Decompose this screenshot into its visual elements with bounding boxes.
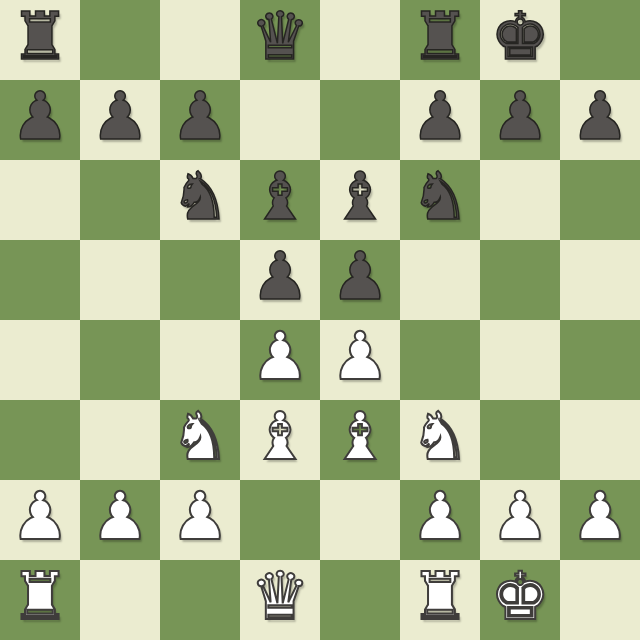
square-b5[interactable] (80, 240, 160, 320)
square-g8[interactable]: ♚ (480, 0, 560, 80)
square-e7[interactable] (320, 80, 400, 160)
square-b2[interactable]: ♟ (80, 480, 160, 560)
square-d4[interactable]: ♟ (240, 320, 320, 400)
square-b8[interactable] (80, 0, 160, 80)
white-bishop-piece[interactable]: ♝ (330, 397, 389, 477)
square-f3[interactable]: ♞ (400, 400, 480, 480)
square-h2[interactable]: ♟ (560, 480, 640, 560)
square-b6[interactable] (80, 160, 160, 240)
square-f1[interactable]: ♜ (400, 560, 480, 640)
square-d2[interactable] (240, 480, 320, 560)
square-f7[interactable]: ♟ (400, 80, 480, 160)
square-a3[interactable] (0, 400, 80, 480)
square-c7[interactable]: ♟ (160, 80, 240, 160)
square-e1[interactable] (320, 560, 400, 640)
square-h6[interactable] (560, 160, 640, 240)
square-e5[interactable]: ♟ (320, 240, 400, 320)
white-pawn-piece[interactable]: ♟ (250, 317, 309, 397)
black-pawn-piece[interactable]: ♟ (410, 77, 469, 157)
square-c2[interactable]: ♟ (160, 480, 240, 560)
white-pawn-piece[interactable]: ♟ (10, 477, 69, 557)
black-pawn-piece[interactable]: ♟ (170, 77, 229, 157)
square-e8[interactable] (320, 0, 400, 80)
square-a4[interactable] (0, 320, 80, 400)
square-d5[interactable]: ♟ (240, 240, 320, 320)
white-rook-piece[interactable]: ♜ (10, 557, 69, 637)
square-c8[interactable] (160, 0, 240, 80)
square-c5[interactable] (160, 240, 240, 320)
square-d1[interactable]: ♛ (240, 560, 320, 640)
white-pawn-piece[interactable]: ♟ (330, 317, 389, 397)
square-f5[interactable] (400, 240, 480, 320)
white-pawn-piece[interactable]: ♟ (490, 477, 549, 557)
square-g1[interactable]: ♚ (480, 560, 560, 640)
square-h8[interactable] (560, 0, 640, 80)
square-f2[interactable]: ♟ (400, 480, 480, 560)
square-c6[interactable]: ♞ (160, 160, 240, 240)
white-queen-piece[interactable]: ♛ (250, 557, 309, 637)
black-pawn-piece[interactable]: ♟ (490, 77, 549, 157)
square-a8[interactable]: ♜ (0, 0, 80, 80)
square-b4[interactable] (80, 320, 160, 400)
square-h7[interactable]: ♟ (560, 80, 640, 160)
white-rook-piece[interactable]: ♜ (410, 557, 469, 637)
square-g5[interactable] (480, 240, 560, 320)
square-f6[interactable]: ♞ (400, 160, 480, 240)
square-c3[interactable]: ♞ (160, 400, 240, 480)
black-king-piece[interactable]: ♚ (490, 0, 549, 77)
square-b1[interactable] (80, 560, 160, 640)
black-pawn-piece[interactable]: ♟ (330, 237, 389, 317)
square-a5[interactable] (0, 240, 80, 320)
black-queen-piece[interactable]: ♛ (250, 0, 309, 77)
square-f4[interactable] (400, 320, 480, 400)
square-a1[interactable]: ♜ (0, 560, 80, 640)
square-f8[interactable]: ♜ (400, 0, 480, 80)
square-h1[interactable] (560, 560, 640, 640)
square-g3[interactable] (480, 400, 560, 480)
black-knight-piece[interactable]: ♞ (410, 157, 469, 237)
square-a2[interactable]: ♟ (0, 480, 80, 560)
square-h4[interactable] (560, 320, 640, 400)
square-g6[interactable] (480, 160, 560, 240)
chess-board: ♜♛♜♚♟♟♟♟♟♟♞♝♝♞♟♟♟♟♞♝♝♞♟♟♟♟♟♟♜♛♜♚ (0, 0, 640, 640)
white-bishop-piece[interactable]: ♝ (250, 397, 309, 477)
black-knight-piece[interactable]: ♞ (170, 157, 229, 237)
square-b3[interactable] (80, 400, 160, 480)
square-c1[interactable] (160, 560, 240, 640)
square-c4[interactable] (160, 320, 240, 400)
white-pawn-piece[interactable]: ♟ (170, 477, 229, 557)
square-d8[interactable]: ♛ (240, 0, 320, 80)
white-pawn-piece[interactable]: ♟ (570, 477, 629, 557)
white-knight-piece[interactable]: ♞ (170, 397, 229, 477)
black-bishop-piece[interactable]: ♝ (250, 157, 309, 237)
square-d3[interactable]: ♝ (240, 400, 320, 480)
black-rook-piece[interactable]: ♜ (410, 0, 469, 77)
white-pawn-piece[interactable]: ♟ (410, 477, 469, 557)
black-pawn-piece[interactable]: ♟ (570, 77, 629, 157)
square-g2[interactable]: ♟ (480, 480, 560, 560)
black-pawn-piece[interactable]: ♟ (10, 77, 69, 157)
square-h5[interactable] (560, 240, 640, 320)
white-knight-piece[interactable]: ♞ (410, 397, 469, 477)
black-bishop-piece[interactable]: ♝ (330, 157, 389, 237)
white-pawn-piece[interactable]: ♟ (90, 477, 149, 557)
square-h3[interactable] (560, 400, 640, 480)
square-e6[interactable]: ♝ (320, 160, 400, 240)
square-e3[interactable]: ♝ (320, 400, 400, 480)
square-a6[interactable] (0, 160, 80, 240)
square-a7[interactable]: ♟ (0, 80, 80, 160)
square-d7[interactable] (240, 80, 320, 160)
square-g7[interactable]: ♟ (480, 80, 560, 160)
black-rook-piece[interactable]: ♜ (10, 0, 69, 77)
square-g4[interactable] (480, 320, 560, 400)
white-king-piece[interactable]: ♚ (490, 557, 549, 637)
square-e4[interactable]: ♟ (320, 320, 400, 400)
square-b7[interactable]: ♟ (80, 80, 160, 160)
square-d6[interactable]: ♝ (240, 160, 320, 240)
black-pawn-piece[interactable]: ♟ (250, 237, 309, 317)
black-pawn-piece[interactable]: ♟ (90, 77, 149, 157)
square-e2[interactable] (320, 480, 400, 560)
